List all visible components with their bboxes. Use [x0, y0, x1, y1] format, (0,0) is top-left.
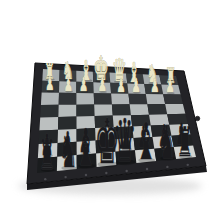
square: [76, 105, 94, 117]
piece-glyph-bB: ♝: [136, 112, 157, 171]
piece-glyph-wP: ♟: [165, 75, 174, 97]
square: [40, 105, 58, 118]
chess-set-photo: ♜♞♝♚♛♝♞♜♟♟♟♟♟♟♟♟♟♟♟♟♟♟♟♟♜♞♝♚♛♝♞♜: [0, 0, 224, 224]
piece-bR: ♜: [39, 130, 56, 178]
piece-glyph-wP: ♟: [64, 73, 73, 95]
piece-bN: ♞: [158, 115, 177, 168]
piece-glyph-wP: ♟: [150, 75, 159, 97]
board-scene: ♜♞♝♚♛♝♞♜♟♟♟♟♟♟♟♟♟♟♟♟♟♟♟♟♜♞♝♚♛♝♞♜: [0, 0, 224, 224]
piece-bB: ♝: [136, 112, 157, 171]
piece-glyph-bN: ♞: [158, 115, 177, 168]
square: [165, 104, 185, 114]
piece-wP: ♟: [45, 73, 54, 95]
piece-bB: ♝: [76, 118, 97, 177]
piece-glyph-bB: ♝: [76, 118, 97, 177]
piece-glyph-bR: ♜: [177, 117, 194, 165]
piece-wP: ♟: [165, 75, 174, 97]
piece-glyph-bN: ♞: [59, 125, 78, 178]
square: [58, 105, 76, 117]
piece-glyph-bQ: ♛: [113, 107, 137, 175]
piece-wP: ♟: [150, 75, 159, 97]
piece-wP: ♟: [64, 73, 73, 95]
clasp: [195, 116, 200, 121]
piece-wP: ♟: [98, 74, 107, 96]
piece-glyph-wP: ♟: [79, 73, 88, 95]
piece-glyph-wP: ♟: [98, 74, 107, 96]
piece-bR: ♜: [177, 117, 194, 165]
piece-wP: ♟: [79, 73, 88, 95]
hinge-dot: [44, 178, 46, 180]
piece-glyph-wP: ♟: [132, 74, 141, 96]
piece-bN: ♞: [59, 125, 78, 178]
piece-glyph-wP: ♟: [45, 73, 54, 95]
piece-bQ: ♛: [113, 107, 137, 175]
piece-wP: ♟: [132, 74, 141, 96]
piece-glyph-wP: ♟: [116, 74, 125, 96]
piece-glyph-bR: ♜: [39, 130, 56, 178]
piece-wP: ♟: [116, 74, 125, 96]
